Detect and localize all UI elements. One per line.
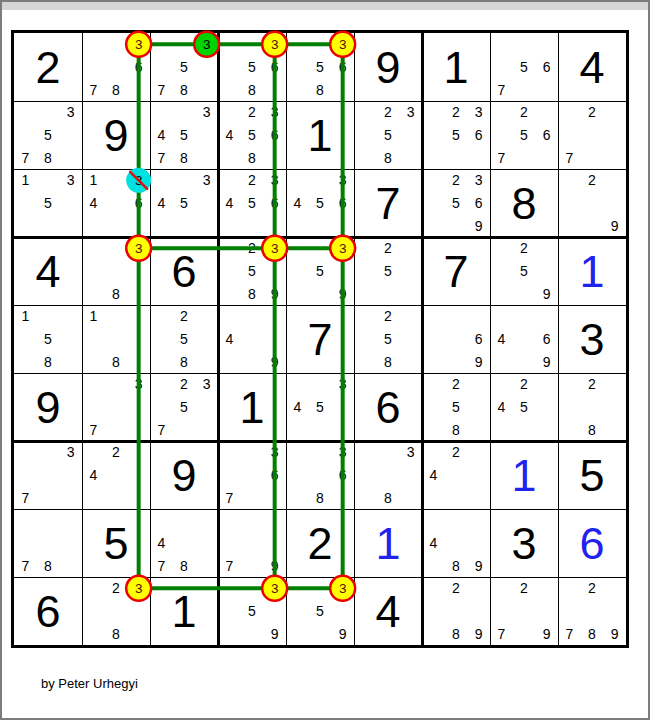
- candidate-empty: [467, 577, 490, 600]
- cell-r7c4[interactable]: 367: [218, 441, 286, 509]
- candidate-empty: [331, 486, 354, 509]
- candidate-empty: [490, 373, 513, 396]
- cell-r6c1[interactable]: 9: [14, 373, 82, 441]
- cell-r1c1[interactable]: 2: [14, 33, 82, 101]
- candidate-empty: [490, 124, 513, 147]
- cell-r1c4[interactable]: 3568: [218, 33, 286, 101]
- cell-r5c1[interactable]: 158: [14, 305, 82, 373]
- cell-r7c9[interactable]: 5: [558, 441, 626, 509]
- candidate-empty: [354, 237, 377, 260]
- cell-r3c7[interactable]: 23569: [422, 169, 490, 237]
- candidate-3: 3: [331, 441, 354, 464]
- candidate-empty: [218, 33, 241, 56]
- cell-r2c3[interactable]: 34578: [150, 101, 218, 169]
- candidate-empty: [467, 305, 490, 328]
- candidate-empty: [105, 418, 128, 441]
- candidate-empty: [309, 169, 332, 192]
- candidate-empty: [263, 328, 286, 351]
- candidate-empty: [399, 328, 422, 351]
- candidate-grid: 279: [490, 577, 558, 645]
- candidate-empty: [490, 33, 513, 56]
- cell-r2c2[interactable]: 9: [82, 101, 150, 169]
- candidate-grid: 245: [490, 373, 558, 441]
- candidate-empty: [263, 146, 286, 169]
- candidate-5: 5: [513, 396, 536, 419]
- candidate-empty: [309, 464, 332, 487]
- candidate-8: 8: [105, 78, 128, 101]
- cell-r4c5[interactable]: 359: [286, 237, 354, 305]
- candidate-5: 5: [309, 600, 332, 623]
- candidate-empty: [513, 350, 536, 373]
- candidate-empty: [467, 396, 490, 419]
- candidate-empty: [127, 486, 150, 509]
- cell-r6c7[interactable]: 258: [422, 373, 490, 441]
- candidate-5: 5: [241, 124, 264, 147]
- candidate-grid: 359: [218, 577, 286, 645]
- cell-r8c5[interactable]: 2: [286, 509, 354, 577]
- candidate-grid: 368: [286, 441, 354, 509]
- candidate-empty: [82, 622, 105, 645]
- candidate-5: 5: [37, 124, 60, 147]
- cell-r7c6[interactable]: 38: [354, 441, 422, 509]
- candidate-5: 5: [173, 192, 196, 215]
- cell-r6c6[interactable]: 6: [354, 373, 422, 441]
- candidate-grid: 28: [558, 373, 626, 441]
- cell-value: 5: [82, 509, 150, 577]
- cell-r2c1[interactable]: 3578: [14, 101, 82, 169]
- candidate-6: 6: [127, 56, 150, 79]
- candidate-5: 5: [377, 260, 400, 283]
- cell-r6c9[interactable]: 28: [558, 373, 626, 441]
- cell-r4c8[interactable]: 259: [490, 237, 558, 305]
- candidate-2: 2: [377, 305, 400, 328]
- candidate-empty: [37, 441, 60, 464]
- candidate-grid: 49: [218, 305, 286, 373]
- candidate-empty: [286, 214, 309, 237]
- cell-r5c9[interactable]: 3: [558, 305, 626, 373]
- candidate-6: 6: [127, 192, 150, 215]
- candidate-3: 3: [127, 169, 150, 192]
- candidate-7: 7: [490, 146, 513, 169]
- candidate-empty: [37, 509, 60, 532]
- cell-r1c8[interactable]: 567: [490, 33, 558, 101]
- candidate-2: 2: [241, 101, 264, 124]
- candidate-2: 2: [173, 305, 196, 328]
- cell-r8c1[interactable]: 78: [14, 509, 82, 577]
- cell-r8c2[interactable]: 5: [82, 509, 150, 577]
- candidate-grid: 489: [422, 509, 490, 577]
- candidate-empty: [535, 600, 558, 623]
- cell-r9c1[interactable]: 6: [14, 577, 82, 645]
- candidate-2: 2: [513, 101, 536, 124]
- candidate-2: 2: [445, 169, 468, 192]
- cell-r3c6[interactable]: 7: [354, 169, 422, 237]
- candidate-empty: [241, 486, 264, 509]
- cell-value: 9: [354, 33, 422, 101]
- candidate-empty: [263, 509, 286, 532]
- cell-value: 8: [490, 169, 558, 237]
- candidate-empty: [422, 396, 445, 419]
- candidate-empty: [535, 373, 558, 396]
- candidate-empty: [59, 532, 82, 555]
- candidate-empty: [558, 124, 581, 147]
- credit-text: by Peter Urhegyi: [41, 676, 138, 691]
- candidate-empty: [286, 441, 309, 464]
- candidate-grid: 135: [14, 169, 82, 237]
- candidate-empty: [150, 373, 173, 396]
- candidate-2: 2: [513, 237, 536, 260]
- cell-value: 4: [354, 577, 422, 645]
- candidate-empty: [513, 78, 536, 101]
- cell-r6c4[interactable]: 1: [218, 373, 286, 441]
- candidate-empty: [127, 282, 150, 305]
- candidate-2: 2: [513, 577, 536, 600]
- candidate-empty: [445, 600, 468, 623]
- candidate-empty: [309, 622, 332, 645]
- candidate-6: 6: [263, 124, 286, 147]
- candidate-8: 8: [37, 350, 60, 373]
- candidate-empty: [513, 146, 536, 169]
- candidate-empty: [195, 146, 218, 169]
- cell-r2c8[interactable]: 2567: [490, 101, 558, 169]
- cell-r9c9[interactable]: 2789: [558, 577, 626, 645]
- candidate-empty: [127, 464, 150, 487]
- candidate-empty: [82, 350, 105, 373]
- cell-r8c3[interactable]: 478: [150, 509, 218, 577]
- candidate-empty: [581, 124, 604, 147]
- candidate-empty: [286, 237, 309, 260]
- cell-r1c5[interactable]: 3568: [286, 33, 354, 101]
- candidate-9: 9: [467, 554, 490, 577]
- candidate-empty: [150, 33, 173, 56]
- candidate-empty: [513, 328, 536, 351]
- candidate-empty: [309, 33, 332, 56]
- candidate-8: 8: [173, 146, 196, 169]
- candidate-empty: [467, 600, 490, 623]
- cell-r9c3[interactable]: 1: [150, 577, 218, 645]
- cell-r4c7[interactable]: 7: [422, 237, 490, 305]
- candidate-6: 6: [263, 192, 286, 215]
- candidate-empty: [59, 509, 82, 532]
- cell-value: 2: [286, 509, 354, 577]
- candidate-empty: [354, 328, 377, 351]
- candidate-empty: [490, 305, 513, 328]
- cell-r8c7[interactable]: 489: [422, 509, 490, 577]
- cell-r2c5[interactable]: 1: [286, 101, 354, 169]
- cell-r4c4[interactable]: 23589: [218, 237, 286, 305]
- candidate-empty: [422, 350, 445, 373]
- candidate-4: 4: [218, 328, 241, 351]
- candidate-grid: 234568: [218, 101, 286, 169]
- cell-r5c7[interactable]: 69: [422, 305, 490, 373]
- candidate-4: 4: [422, 464, 445, 487]
- candidate-empty: [286, 622, 309, 645]
- candidate-grid: 37: [14, 441, 82, 509]
- candidate-8: 8: [105, 282, 128, 305]
- cell-r2c7[interactable]: 2356: [422, 101, 490, 169]
- cell-r5c5[interactable]: 7: [286, 305, 354, 373]
- candidate-empty: [150, 101, 173, 124]
- candidate-empty: [263, 214, 286, 237]
- candidate-empty: [195, 532, 218, 555]
- cell-value: 7: [354, 169, 422, 237]
- cell-r3c1[interactable]: 135: [14, 169, 82, 237]
- cell-r5c6[interactable]: 258: [354, 305, 422, 373]
- candidate-7: 7: [82, 418, 105, 441]
- candidate-grid: 23569: [422, 169, 490, 237]
- candidate-empty: [127, 396, 150, 419]
- candidate-grid: 158: [14, 305, 82, 373]
- candidate-2: 2: [377, 101, 400, 124]
- candidate-empty: [218, 169, 241, 192]
- candidate-empty: [195, 418, 218, 441]
- candidate-empty: [445, 146, 468, 169]
- candidate-grid: 359: [286, 237, 354, 305]
- cell-r9c8[interactable]: 279: [490, 577, 558, 645]
- candidate-empty: [105, 192, 128, 215]
- cell-r8c4[interactable]: 79: [218, 509, 286, 577]
- candidate-empty: [309, 373, 332, 396]
- candidate-8: 8: [581, 418, 604, 441]
- candidate-empty: [105, 305, 128, 328]
- cell-r2c4[interactable]: 234568: [218, 101, 286, 169]
- candidate-empty: [422, 124, 445, 147]
- candidate-7: 7: [490, 78, 513, 101]
- candidate-8: 8: [37, 146, 60, 169]
- candidate-empty: [490, 56, 513, 79]
- app-window: 2367835783568356891567435789345782345681…: [0, 0, 650, 720]
- candidate-empty: [399, 464, 422, 487]
- candidate-empty: [467, 532, 490, 555]
- cell-r2c9[interactable]: 27: [558, 101, 626, 169]
- candidate-7: 7: [150, 78, 173, 101]
- candidate-grid: 345: [150, 169, 218, 237]
- cell-r7c3[interactable]: 9: [150, 441, 218, 509]
- candidate-empty: [105, 486, 128, 509]
- candidate-empty: [422, 169, 445, 192]
- cell-r9c4[interactable]: 359: [218, 577, 286, 645]
- cell-r9c6[interactable]: 4: [354, 577, 422, 645]
- cell-r6c5[interactable]: 345: [286, 373, 354, 441]
- candidate-empty: [445, 214, 468, 237]
- cell-r6c8[interactable]: 245: [490, 373, 558, 441]
- candidate-empty: [309, 282, 332, 305]
- candidate-4: 4: [490, 328, 513, 351]
- cell-r2c6[interactable]: 2358: [354, 101, 422, 169]
- candidate-empty: [286, 282, 309, 305]
- candidate-5: 5: [309, 192, 332, 215]
- candidate-2: 2: [241, 169, 264, 192]
- cell-r7c7[interactable]: 24: [422, 441, 490, 509]
- candidate-empty: [286, 33, 309, 56]
- cell-value: 9: [14, 373, 82, 441]
- candidate-empty: [127, 441, 150, 464]
- candidate-empty: [286, 78, 309, 101]
- cell-value: 4: [14, 237, 82, 305]
- candidate-empty: [127, 78, 150, 101]
- candidate-empty: [127, 622, 150, 645]
- candidate-grid: 38: [354, 441, 422, 509]
- candidate-empty: [558, 418, 581, 441]
- candidate-4: 4: [218, 124, 241, 147]
- candidate-grid: 258: [422, 373, 490, 441]
- cell-value: 1: [218, 373, 286, 441]
- cell-r7c1[interactable]: 37: [14, 441, 82, 509]
- candidate-empty: [513, 600, 536, 623]
- cell-r7c5[interactable]: 368: [286, 441, 354, 509]
- candidate-empty: [467, 464, 490, 487]
- candidate-5: 5: [241, 56, 264, 79]
- candidate-3: 3: [263, 33, 286, 56]
- cell-r4c6[interactable]: 25: [354, 237, 422, 305]
- cell-r8c6[interactable]: 1: [354, 509, 422, 577]
- candidate-9: 9: [467, 214, 490, 237]
- candidate-4: 4: [218, 192, 241, 215]
- candidate-empty: [241, 577, 264, 600]
- candidate-empty: [558, 600, 581, 623]
- candidate-empty: [490, 577, 513, 600]
- cell-r3c4[interactable]: 23456: [218, 169, 286, 237]
- cell-r1c2[interactable]: 3678: [82, 33, 150, 101]
- candidate-empty: [218, 622, 241, 645]
- candidate-8: 8: [445, 622, 468, 645]
- candidate-empty: [535, 101, 558, 124]
- cell-r9c7[interactable]: 289: [422, 577, 490, 645]
- candidate-empty: [399, 350, 422, 373]
- cell-r3c3[interactable]: 345: [150, 169, 218, 237]
- candidate-3: 3: [127, 373, 150, 396]
- cell-r5c8[interactable]: 469: [490, 305, 558, 373]
- candidate-empty: [150, 350, 173, 373]
- candidate-empty: [218, 78, 241, 101]
- cell-r4c2[interactable]: 38: [82, 237, 150, 305]
- candidate-empty: [535, 577, 558, 600]
- cell-r1c3[interactable]: 3578: [150, 33, 218, 101]
- candidate-empty: [558, 373, 581, 396]
- candidate-empty: [490, 260, 513, 283]
- candidate-grid: 3456: [286, 169, 354, 237]
- candidate-empty: [241, 328, 264, 351]
- candidate-empty: [150, 169, 173, 192]
- candidate-empty: [558, 577, 581, 600]
- cell-r6c3[interactable]: 2357: [150, 373, 218, 441]
- candidate-empty: [105, 328, 128, 351]
- candidate-5: 5: [513, 124, 536, 147]
- candidate-empty: [59, 328, 82, 351]
- candidate-3: 3: [331, 169, 354, 192]
- candidate-1: 1: [14, 169, 37, 192]
- candidate-empty: [241, 509, 264, 532]
- candidate-2: 2: [581, 169, 604, 192]
- cell-r3c9[interactable]: 29: [558, 169, 626, 237]
- candidate-empty: [535, 33, 558, 56]
- candidate-empty: [37, 464, 60, 487]
- candidate-6: 6: [331, 192, 354, 215]
- candidate-empty: [195, 305, 218, 328]
- candidate-empty: [286, 260, 309, 283]
- candidate-3: 3: [331, 237, 354, 260]
- candidate-empty: [490, 600, 513, 623]
- candidate-7: 7: [150, 554, 173, 577]
- cell-r4c3[interactable]: 6: [150, 237, 218, 305]
- candidate-empty: [581, 214, 604, 237]
- candidate-3: 3: [263, 441, 286, 464]
- candidate-empty: [37, 214, 60, 237]
- candidate-3: 3: [195, 33, 218, 56]
- candidate-empty: [399, 124, 422, 147]
- cell-r4c9[interactable]: 1: [558, 237, 626, 305]
- candidate-8: 8: [241, 146, 264, 169]
- cell-r5c4[interactable]: 49: [218, 305, 286, 373]
- candidate-empty: [241, 554, 264, 577]
- candidate-grid: 359: [286, 577, 354, 645]
- candidate-grid: 79: [218, 509, 286, 577]
- candidate-empty: [422, 577, 445, 600]
- cell-r1c6[interactable]: 9: [354, 33, 422, 101]
- candidate-3: 3: [331, 577, 354, 600]
- cell-r8c8[interactable]: 3: [490, 509, 558, 577]
- candidate-8: 8: [241, 78, 264, 101]
- candidate-3: 3: [331, 33, 354, 56]
- candidate-empty: [241, 441, 264, 464]
- cell-value: 1: [558, 237, 626, 305]
- candidate-empty: [467, 486, 490, 509]
- candidate-empty: [82, 214, 105, 237]
- candidate-empty: [263, 305, 286, 328]
- candidate-empty: [331, 214, 354, 237]
- cell-r9c5[interactable]: 359: [286, 577, 354, 645]
- candidate-3: 3: [331, 373, 354, 396]
- cell-r5c3[interactable]: 258: [150, 305, 218, 373]
- cell-layer: 2367835783568356891567435789345782345681…: [14, 33, 626, 645]
- candidate-grid: 3568: [286, 33, 354, 101]
- candidate-empty: [422, 146, 445, 169]
- cell-r7c8[interactable]: 1: [490, 441, 558, 509]
- candidate-empty: [535, 305, 558, 328]
- candidate-9: 9: [535, 350, 558, 373]
- candidate-empty: [59, 350, 82, 373]
- candidate-empty: [399, 486, 422, 509]
- candidate-empty: [127, 328, 150, 351]
- candidate-empty: [535, 396, 558, 419]
- cell-r1c7[interactable]: 1: [422, 33, 490, 101]
- cell-r6c2[interactable]: 37: [82, 373, 150, 441]
- cell-r4c1[interactable]: 4: [14, 237, 82, 305]
- cell-r3c8[interactable]: 8: [490, 169, 558, 237]
- cell-r1c9[interactable]: 4: [558, 33, 626, 101]
- candidate-empty: [37, 101, 60, 124]
- cell-r8c9[interactable]: 6: [558, 509, 626, 577]
- candidate-8: 8: [105, 350, 128, 373]
- cell-r7c2[interactable]: 24: [82, 441, 150, 509]
- candidate-empty: [150, 305, 173, 328]
- cell-value: 6: [354, 373, 422, 441]
- candidate-empty: [558, 101, 581, 124]
- candidate-empty: [59, 124, 82, 147]
- candidate-5: 5: [513, 56, 536, 79]
- cell-r5c2[interactable]: 18: [82, 305, 150, 373]
- candidate-empty: [309, 418, 332, 441]
- cell-r3c2[interactable]: 1346: [82, 169, 150, 237]
- candidate-empty: [150, 328, 173, 351]
- candidate-empty: [241, 532, 264, 555]
- candidate-empty: [603, 600, 626, 623]
- candidate-1: 1: [82, 169, 105, 192]
- cell-r9c2[interactable]: 238: [82, 577, 150, 645]
- candidate-empty: [82, 237, 105, 260]
- cell-r3c5[interactable]: 3456: [286, 169, 354, 237]
- candidate-empty: [195, 396, 218, 419]
